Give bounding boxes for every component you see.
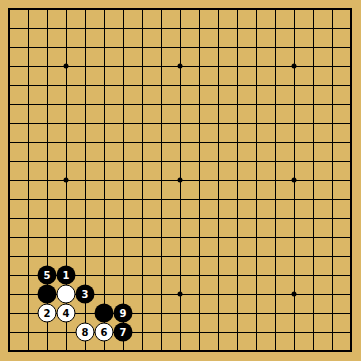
star-point [178, 178, 183, 183]
stone-black-move-1: 1 [57, 266, 76, 285]
star-point [64, 64, 69, 69]
stone-white-move-6: 6 [95, 323, 114, 342]
stone-white-move-8: 8 [76, 323, 95, 342]
stone-white-move-4: 4 [57, 304, 76, 323]
go-board-diagram: 513249867 [0, 0, 361, 361]
star-point [178, 64, 183, 69]
stone-black-move-5: 5 [38, 266, 57, 285]
stone-black-c4 [38, 285, 57, 304]
star-point [178, 292, 183, 297]
stone-black-move-7: 7 [114, 323, 133, 342]
star-point [292, 292, 297, 297]
stone-black-move-9: 9 [114, 304, 133, 323]
stone-black-f3 [95, 304, 114, 323]
stone-black-move-3: 3 [76, 285, 95, 304]
stone-white-move-2: 2 [38, 304, 57, 323]
star-point [292, 64, 297, 69]
stone-white-d4 [57, 285, 76, 304]
star-point [292, 178, 297, 183]
star-point [64, 178, 69, 183]
